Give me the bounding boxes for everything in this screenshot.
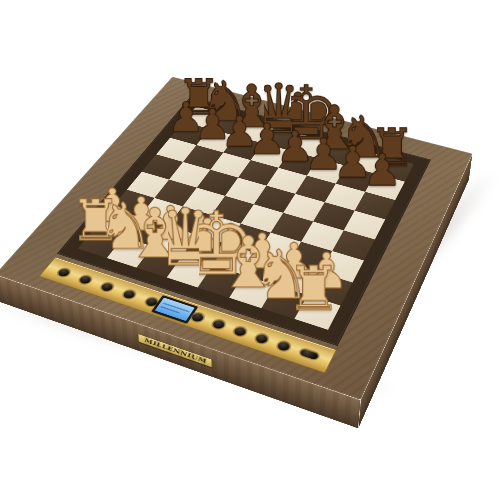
white-rook-icon: ♜	[286, 258, 341, 319]
product-photo: ♜♞♝♛♚♝♞♜♟♟♟♟♟♟♟♟♟♟♟♟♟♟♟♟♜♞♝♛♚♝♞♜ MILLENN…	[0, 0, 500, 500]
chess-computer: ♜♞♝♛♚♝♞♜♟♟♟♟♟♟♟♟♟♟♟♟♟♟♟♟♜♞♝♛♚♝♞♜ MILLENN…	[0, 77, 473, 400]
piece-white-rook-h1[interactable]: ♜	[296, 258, 332, 319]
